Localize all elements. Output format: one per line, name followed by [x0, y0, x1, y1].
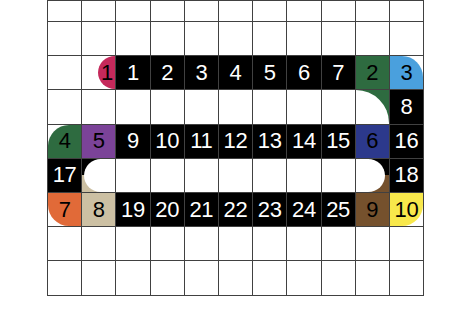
cell-r5c6 — [253, 159, 287, 193]
cell-number: 23 — [253, 193, 286, 226]
cell-number: 7 — [48, 193, 81, 226]
cell-r8c5 — [219, 261, 253, 295]
cell-r5c10: 18 — [390, 159, 424, 193]
cell-number: 7 — [322, 56, 355, 89]
cell-r7c6 — [253, 227, 287, 261]
cell-r0c8 — [322, 1, 356, 22]
cell-r7c9 — [356, 227, 390, 261]
cell-r4c1: 5 — [82, 125, 116, 159]
cell-r3c10: 8 — [390, 90, 424, 124]
cell-number: 12 — [219, 125, 252, 158]
cell-r2c8: 7 — [322, 56, 356, 90]
cell-r6c5: 22 — [219, 193, 253, 227]
cell-number: 2 — [151, 56, 184, 89]
cell-r2c9: 2 — [356, 56, 390, 90]
cell-number: 8 — [390, 90, 423, 123]
cell-r5c4 — [185, 159, 219, 193]
cell-r1c3 — [151, 22, 185, 56]
cell-r7c0 — [48, 227, 82, 261]
page: 1123456723845910111213141561617187819202… — [0, 0, 467, 324]
cell-r6c7: 24 — [287, 193, 321, 227]
cell-r0c0 — [48, 1, 82, 22]
cell-r2c3: 2 — [151, 56, 185, 90]
inner-lane-endcap — [356, 159, 385, 192]
cell-r0c1 — [82, 1, 116, 22]
cell-number: 2 — [356, 56, 389, 89]
cell-number: 20 — [151, 193, 184, 226]
cell-r3c2 — [116, 90, 150, 124]
cell-number: 11 — [185, 125, 218, 158]
cell-r1c1 — [82, 22, 116, 56]
cell-r4c7: 14 — [287, 125, 321, 159]
cell-number: 1 — [98, 56, 115, 89]
cell-number: 10 — [151, 125, 184, 158]
cell-r6c8: 25 — [322, 193, 356, 227]
cell-r2c10: 3 — [390, 56, 424, 90]
cell-r6c2: 19 — [116, 193, 150, 227]
cell-r0c4 — [185, 1, 219, 22]
cell-r6c0: 7 — [48, 193, 82, 227]
cell-r2c1: 1 — [82, 56, 116, 90]
rounded-corner-square: 10 — [390, 193, 423, 226]
cell-r3c7 — [287, 90, 321, 124]
cell-number: 18 — [390, 159, 423, 192]
cell-number: 5 — [253, 56, 286, 89]
cell-r4c2: 9 — [116, 125, 150, 159]
cell-r1c0 — [48, 22, 82, 56]
cell-r8c4 — [185, 261, 219, 295]
cell-number: 3 — [185, 56, 218, 89]
cell-r3c0 — [48, 90, 82, 124]
cell-r6c1: 8 — [82, 193, 116, 227]
cell-r5c7 — [287, 159, 321, 193]
cell-r3c4 — [185, 90, 219, 124]
cell-r4c3: 10 — [151, 125, 185, 159]
cell-number: 3 — [390, 56, 423, 89]
cell-r3c8 — [322, 90, 356, 124]
cell-number: 4 — [48, 125, 81, 158]
cell-number: 22 — [219, 193, 252, 226]
cell-r5c0: 17 — [48, 159, 82, 193]
cell-number: 17 — [48, 159, 81, 192]
cell-r1c8 — [322, 22, 356, 56]
cell-number: 21 — [185, 193, 218, 226]
cell-r3c1 — [82, 90, 116, 124]
cell-number: 24 — [287, 193, 320, 226]
cell-r5c1 — [82, 159, 116, 193]
cell-number: 9 — [356, 193, 389, 226]
cell-r2c0 — [48, 56, 82, 90]
cell-number: 1 — [116, 56, 149, 89]
cell-r7c7 — [287, 227, 321, 261]
cell-r1c9 — [356, 22, 390, 56]
rounded-corner-square: 4 — [48, 125, 81, 158]
cell-r7c2 — [116, 227, 150, 261]
cell-number: 19 — [116, 193, 149, 226]
cell-number: 14 — [287, 125, 320, 158]
cell-r7c3 — [151, 227, 185, 261]
cell-r1c2 — [116, 22, 150, 56]
cell-r0c6 — [253, 1, 287, 22]
cell-r5c2 — [116, 159, 150, 193]
cell-r1c5 — [219, 22, 253, 56]
cell-r6c6: 23 — [253, 193, 287, 227]
cell-number: 16 — [390, 125, 423, 158]
cell-r8c2 — [116, 261, 150, 295]
cell-r0c2 — [116, 1, 150, 22]
cell-r2c4: 3 — [185, 56, 219, 90]
cell-r7c1 — [82, 227, 116, 261]
cell-r8c7 — [287, 261, 321, 295]
cell-r0c9 — [356, 1, 390, 22]
cell-r4c0: 4 — [48, 125, 82, 159]
cell-r3c5 — [219, 90, 253, 124]
cell-r1c7 — [287, 22, 321, 56]
cell-r1c6 — [253, 22, 287, 56]
cell-r4c10: 16 — [390, 125, 424, 159]
cell-r0c10 — [390, 1, 424, 22]
rounded-corner-square: 3 — [390, 56, 423, 89]
cell-number: 13 — [253, 125, 286, 158]
cell-number: 6 — [356, 125, 389, 158]
cell-number: 4 — [219, 56, 252, 89]
cell-r8c9 — [356, 261, 390, 295]
cell-r7c5 — [219, 227, 253, 261]
cell-r5c9 — [356, 159, 390, 193]
cell-r1c10 — [390, 22, 424, 56]
cell-r0c5 — [219, 1, 253, 22]
inner-lane-endcap — [84, 159, 115, 192]
cell-r4c6: 13 — [253, 125, 287, 159]
cell-number: 10 — [390, 193, 423, 226]
cell-r7c10 — [390, 227, 424, 261]
inner-corner-fillet — [356, 90, 389, 123]
cell-number: 15 — [322, 125, 355, 158]
cell-r2c6: 5 — [253, 56, 287, 90]
cell-r4c9: 6 — [356, 125, 390, 159]
cell-r4c8: 15 — [322, 125, 356, 159]
cell-r6c10: 10 — [390, 193, 424, 227]
cell-number: 5 — [82, 125, 115, 158]
cell-r8c10 — [390, 261, 424, 295]
cell-r4c5: 12 — [219, 125, 253, 159]
cell-r4c4: 11 — [185, 125, 219, 159]
cell-r5c3 — [151, 159, 185, 193]
cell-number: 25 — [322, 193, 355, 226]
cell-r3c9 — [356, 90, 390, 124]
board-grid: 1123456723845910111213141561617187819202… — [47, 0, 424, 296]
cell-r8c3 — [151, 261, 185, 295]
cell-r8c0 — [48, 261, 82, 295]
cell-r1c4 — [185, 22, 219, 56]
rounded-corner-square: 7 — [48, 193, 81, 226]
cell-r5c5 — [219, 159, 253, 193]
track-start-cap: 1 — [98, 56, 115, 89]
cell-r2c7: 6 — [287, 56, 321, 90]
cell-r2c2: 1 — [116, 56, 150, 90]
cell-r8c6 — [253, 261, 287, 295]
cell-r0c3 — [151, 1, 185, 22]
cell-r0c7 — [287, 1, 321, 22]
cell-r6c4: 21 — [185, 193, 219, 227]
cell-r8c1 — [82, 261, 116, 295]
cell-r7c8 — [322, 227, 356, 261]
cell-number: 6 — [287, 56, 320, 89]
cell-r7c4 — [185, 227, 219, 261]
cell-r8c8 — [322, 261, 356, 295]
cell-r5c8 — [322, 159, 356, 193]
cell-number: 9 — [116, 125, 149, 158]
cell-r3c3 — [151, 90, 185, 124]
cell-r6c3: 20 — [151, 193, 185, 227]
cell-r6c9: 9 — [356, 193, 390, 227]
cell-r3c6 — [253, 90, 287, 124]
cell-r2c5: 4 — [219, 56, 253, 90]
cell-number: 8 — [82, 193, 115, 226]
